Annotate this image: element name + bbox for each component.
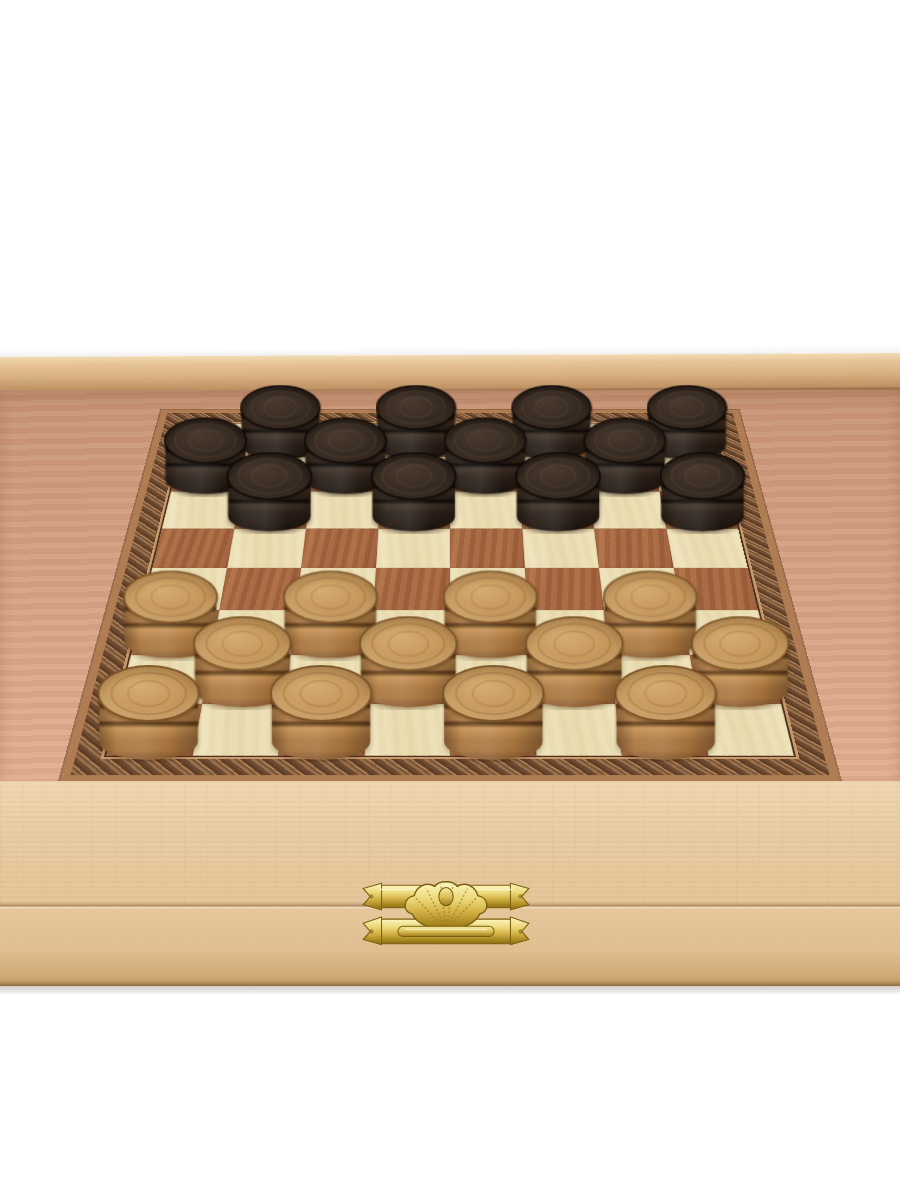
square-g5[interactable] (594, 528, 673, 567)
square-e7[interactable] (450, 457, 520, 492)
square-e1[interactable] (450, 703, 536, 755)
square-a1[interactable] (106, 703, 202, 755)
dark-piece[interactable] (660, 452, 746, 531)
clasp-latch-bar (398, 926, 494, 936)
light-piece[interactable] (270, 665, 372, 760)
square-e6[interactable] (450, 492, 522, 529)
square-c6[interactable] (306, 492, 380, 529)
square-b5[interactable] (227, 528, 306, 567)
square-c5[interactable] (301, 528, 378, 567)
light-piece[interactable] (614, 665, 716, 760)
square-d6[interactable] (378, 492, 450, 529)
square-h5[interactable] (666, 528, 748, 567)
square-h6[interactable] (659, 492, 738, 529)
light-piece[interactable] (442, 665, 544, 760)
box-bottom-edge (0, 986, 900, 995)
square-e5[interactable] (450, 528, 524, 567)
brass-clasp-icon (357, 880, 535, 948)
square-e3[interactable] (450, 610, 530, 655)
dark-piece[interactable] (371, 452, 457, 531)
square-c1[interactable] (278, 703, 367, 755)
light-piece[interactable] (97, 665, 199, 760)
photo-stage (0, 0, 900, 1200)
square-f5[interactable] (522, 528, 599, 567)
dark-piece[interactable] (227, 452, 313, 531)
square-f6[interactable] (520, 492, 594, 529)
square-d2[interactable] (367, 655, 450, 703)
square-a5[interactable] (152, 528, 234, 567)
square-g1[interactable] (615, 703, 707, 755)
checkers-board (60, 410, 840, 781)
board-grid (104, 424, 796, 757)
square-d5[interactable] (376, 528, 450, 567)
square-b6[interactable] (234, 492, 311, 529)
dark-piece[interactable] (515, 452, 601, 531)
square-d1[interactable] (364, 703, 450, 755)
square-d4[interactable] (373, 568, 450, 610)
square-f1[interactable] (533, 703, 622, 755)
